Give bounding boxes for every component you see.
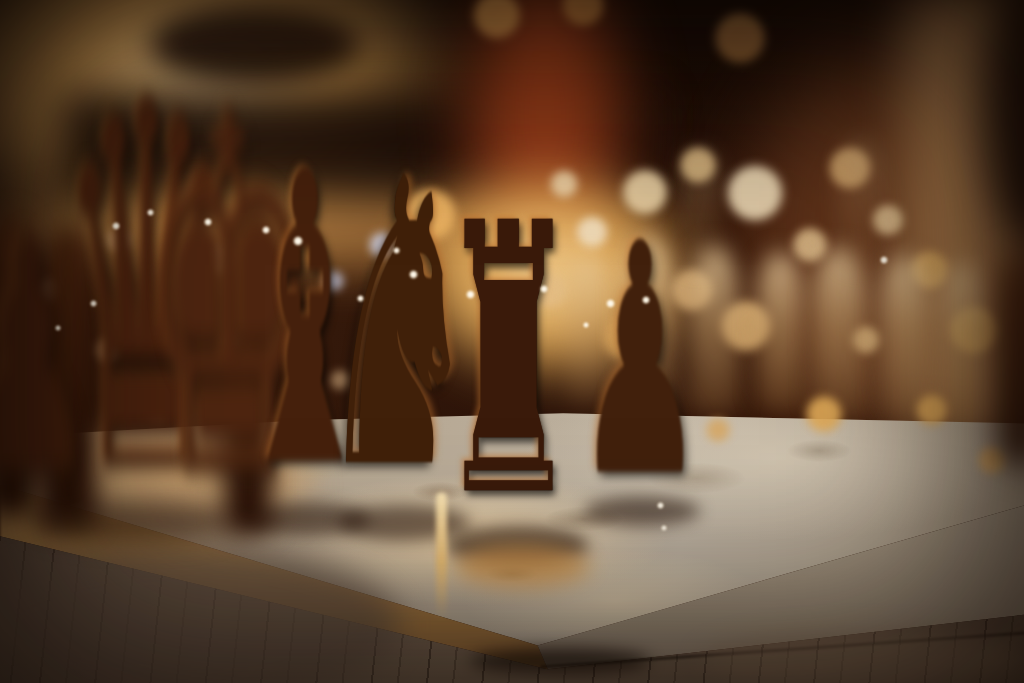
blurred-light-piece: [757, 253, 803, 411]
specular-highlight: [642, 296, 650, 304]
specular-highlight: [147, 209, 154, 216]
specular-highlight: [90, 300, 97, 307]
bokeh-light: [724, 162, 786, 224]
blurred-dark-piece: [1000, 255, 1024, 465]
chess-piece-pawn-left: ♟: [0, 200, 85, 520]
specular-highlight: [606, 299, 615, 308]
specular-highlight: [409, 270, 418, 279]
chess-piece-pawn: ♟: [576, 202, 705, 520]
specular-highlight: [661, 525, 667, 531]
chess-piece-rook: ♜: [438, 176, 579, 548]
specular-highlight: [204, 218, 212, 226]
specular-highlight: [55, 325, 61, 331]
specular-highlight: [880, 256, 888, 264]
blurred-light-piece: [838, 140, 882, 270]
blurred-light-piece: [940, 263, 984, 415]
wood-warm-highlight: [700, 630, 1024, 683]
bokeh-light: [705, 417, 731, 443]
bokeh-light: [804, 394, 844, 434]
chess-photo-scene: ♛ ♚ ♟ ♝ ♞ ♜ ♟: [0, 0, 1024, 683]
specular-highlight: [583, 322, 589, 328]
specular-highlight: [262, 226, 270, 234]
bokeh-light: [712, 10, 768, 66]
specular-highlight: [540, 285, 548, 293]
specular-highlight: [466, 290, 475, 299]
specular-highlight: [293, 236, 303, 246]
blurred-light-piece: [880, 256, 928, 418]
specular-highlight: [112, 222, 120, 230]
specular-highlight: [357, 295, 364, 302]
bokeh-light: [915, 393, 949, 427]
board-corner-shadow: [470, 648, 650, 674]
specular-highlight: [393, 247, 400, 254]
specular-highlight: [657, 502, 664, 509]
